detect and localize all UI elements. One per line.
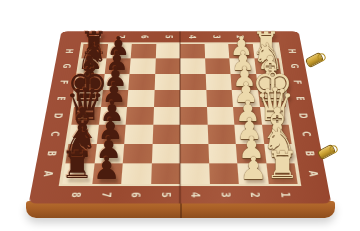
coord-label: 8	[69, 192, 82, 198]
square-b3[interactable]	[208, 144, 237, 164]
piece-black-rook-a8[interactable]: ♜	[60, 147, 94, 185]
coord-label: A	[41, 171, 54, 177]
coord-label: 3	[218, 192, 231, 198]
coord-label: 6	[139, 35, 149, 39]
square-g3[interactable]	[205, 59, 231, 74]
piece-black-pawn-a7[interactable]: ♟	[93, 153, 121, 184]
square-c3[interactable]	[207, 125, 236, 144]
coord-label: A	[306, 171, 319, 177]
coord-label: 2	[248, 192, 261, 198]
coord-label: C	[48, 132, 60, 137]
square-b6[interactable]	[123, 144, 152, 164]
coord-label: 1	[278, 192, 291, 198]
square-d6[interactable]	[126, 107, 154, 125]
coord-label: C	[300, 132, 312, 137]
square-c4[interactable]	[180, 125, 208, 144]
square-a4[interactable]	[180, 163, 209, 184]
square-d5[interactable]	[153, 107, 180, 125]
square-e4[interactable]	[180, 90, 207, 107]
chess-set-photo: HH88GG77FF66EE55DD44CC33BB22AA11 ♜♞♝♛♚♝♞…	[0, 0, 360, 231]
square-h3[interactable]	[204, 44, 229, 59]
square-c5[interactable]	[152, 125, 180, 144]
square-e3[interactable]	[206, 90, 233, 107]
square-h6[interactable]	[131, 44, 156, 59]
square-a6[interactable]	[121, 163, 151, 184]
square-g4[interactable]	[180, 59, 205, 74]
square-e6[interactable]	[127, 90, 154, 107]
coord-label: B	[45, 151, 58, 156]
square-f3[interactable]	[205, 74, 231, 90]
piece-white-rook-a1[interactable]: ♜	[266, 147, 300, 185]
square-f5[interactable]	[154, 74, 180, 90]
square-a3[interactable]	[209, 163, 239, 184]
piece-white-pawn-a2[interactable]: ♟	[239, 153, 267, 184]
square-f6[interactable]	[128, 74, 154, 90]
coord-label: 4	[187, 35, 197, 39]
coord-label: D	[51, 113, 63, 118]
square-e5[interactable]	[154, 90, 181, 107]
square-c6[interactable]	[124, 125, 153, 144]
coord-label: 3	[211, 35, 221, 39]
square-g5[interactable]	[155, 59, 180, 74]
coord-label: B	[303, 151, 316, 156]
coord-label: 7	[99, 192, 112, 198]
square-h4[interactable]	[180, 44, 205, 59]
coord-label: D	[297, 113, 309, 118]
coord-label: 5	[163, 35, 173, 39]
square-h5[interactable]	[155, 44, 180, 59]
square-d3[interactable]	[207, 107, 235, 125]
coord-label: 5	[159, 192, 171, 198]
square-a5[interactable]	[151, 163, 180, 184]
brass-clasp-icon	[305, 52, 325, 69]
square-d4[interactable]	[180, 107, 207, 125]
fold-seam	[179, 31, 181, 203]
square-g6[interactable]	[130, 59, 156, 74]
coord-label: 6	[129, 192, 142, 198]
square-f4[interactable]	[180, 74, 206, 90]
coord-label: 4	[189, 192, 201, 198]
square-b4[interactable]	[180, 144, 209, 164]
square-b5[interactable]	[151, 144, 180, 164]
